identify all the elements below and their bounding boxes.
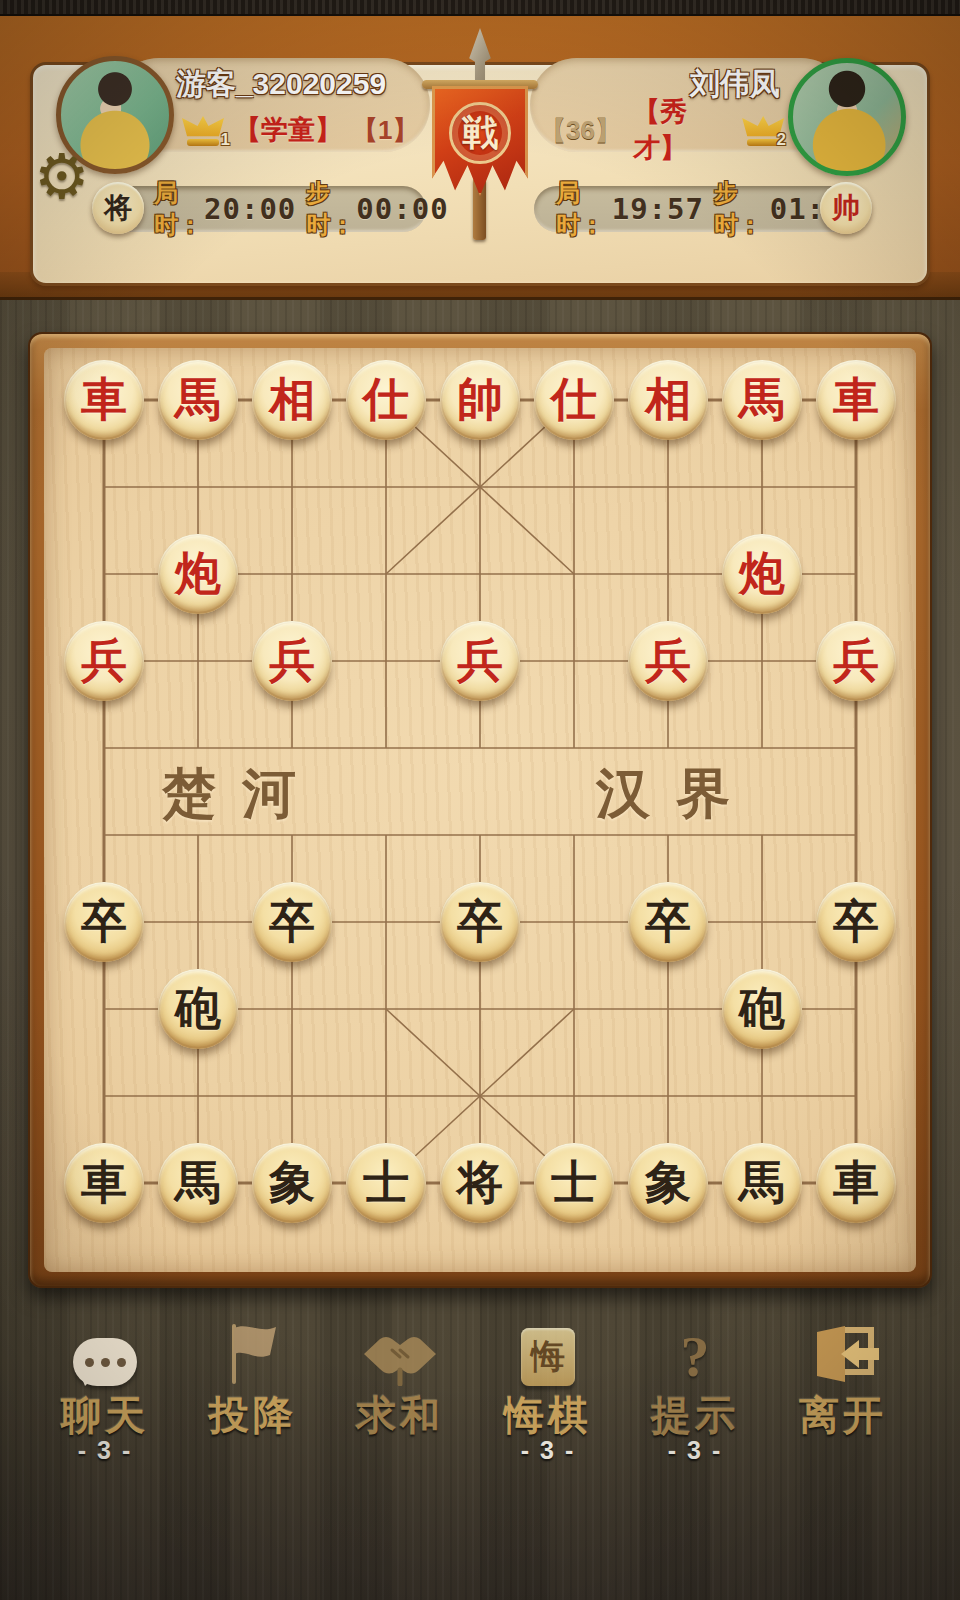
piece-black-卒-r6c0[interactable]: 卒	[64, 882, 144, 962]
board-surface[interactable]: 楚河 汉界 車馬相仕帥仕相馬車炮炮兵兵兵兵兵卒卒卒卒卒砲砲車馬象士将士象馬車	[44, 348, 916, 1272]
piece-black-象-r9c2[interactable]: 象	[252, 1143, 332, 1223]
piece-red-兵-r3c2[interactable]: 兵	[252, 621, 332, 701]
offer-draw-label: 求和	[325, 1388, 475, 1443]
move-time-label: 步时：	[306, 177, 354, 241]
leave-label: 离开	[768, 1388, 918, 1443]
piece-red-兵-r3c8[interactable]: 兵	[816, 621, 896, 701]
river-label-left: 楚河	[162, 758, 322, 831]
white-flag-icon	[178, 1310, 328, 1386]
offer-draw-button[interactable]: 求和	[325, 1304, 475, 1460]
right-player-clock: 局时： 19:57 步时： 01:27 帅	[534, 186, 872, 232]
piece-black-卒-r6c4[interactable]: 卒	[440, 882, 520, 962]
piece-red-兵-r3c6[interactable]: 兵	[628, 621, 708, 701]
surrender-button[interactable]: 投降	[178, 1304, 328, 1460]
game-time-label: 局时：	[556, 177, 610, 241]
chat-button[interactable]: 聊天 - 3 -	[30, 1304, 180, 1460]
piece-black-将-r9c4[interactable]: 将	[440, 1143, 520, 1223]
piece-red-炮-r2c7[interactable]: 炮	[722, 534, 802, 614]
red-general-badge: 帅	[820, 182, 872, 234]
action-toolbar: 聊天 - 3 - 投降 求和	[0, 1304, 960, 1464]
right-player-rank: 【秀才】	[633, 94, 730, 166]
game-time-label: 局时：	[154, 177, 202, 241]
piece-black-士-r9c3[interactable]: 士	[346, 1143, 426, 1223]
battle-banner: 戦	[420, 28, 540, 240]
piece-black-馬-r9c7[interactable]: 馬	[722, 1143, 802, 1223]
piece-red-炮-r2c1[interactable]: 炮	[158, 534, 238, 614]
piece-black-車-r9c8[interactable]: 車	[816, 1143, 896, 1223]
banner-spear-tip	[462, 28, 498, 86]
hint-button[interactable]: ? 提示 - 3 -	[620, 1304, 770, 1460]
hint-label: 提示	[620, 1388, 770, 1443]
piece-red-車-r0c0[interactable]: 車	[64, 360, 144, 440]
left-player-level: 【1】	[352, 113, 418, 148]
chat-count: - 3 -	[30, 1436, 180, 1465]
hint-count: - 3 -	[620, 1436, 770, 1465]
chat-label: 聊天	[30, 1388, 180, 1443]
settings-gear-icon[interactable]: ⚙	[34, 146, 90, 208]
game-screen: 游客_32020259 刘伟凤 1 【学童】 【1】 【36】 【秀才】 2 ⚙…	[0, 0, 960, 1600]
piece-red-相-r0c6[interactable]: 相	[628, 360, 708, 440]
undo-move-button[interactable]: 悔 悔棋 - 3 -	[473, 1304, 623, 1460]
piece-black-卒-r6c8[interactable]: 卒	[816, 882, 896, 962]
right-player-rank-row: 【36】 【秀才】 2	[540, 110, 780, 150]
top-dark-bar	[0, 0, 960, 16]
left-player-name: 游客_32020259	[150, 64, 412, 105]
piece-black-象-r9c6[interactable]: 象	[628, 1143, 708, 1223]
undo-tile-icon: 悔	[473, 1310, 623, 1386]
exit-door-icon	[768, 1310, 918, 1386]
piece-red-仕-r0c5[interactable]: 仕	[534, 360, 614, 440]
left-player-clock: 将 局时： 20:00 步时： 00:00	[92, 186, 426, 232]
piece-red-馬-r0c1[interactable]: 馬	[158, 360, 238, 440]
crown-level: 2	[777, 130, 786, 150]
piece-black-卒-r6c6[interactable]: 卒	[628, 882, 708, 962]
piece-black-馬-r9c1[interactable]: 馬	[158, 1143, 238, 1223]
game-time-value: 19:57	[612, 192, 704, 226]
left-player-rank-row: 1 【学童】 【1】	[182, 110, 418, 150]
piece-red-仕-r0c3[interactable]: 仕	[346, 360, 426, 440]
right-player-level: 【36】	[540, 113, 621, 148]
surrender-label: 投降	[178, 1388, 328, 1443]
move-time-label: 步时：	[714, 177, 768, 241]
piece-red-帥-r0c4[interactable]: 帥	[440, 360, 520, 440]
piece-black-車-r9c0[interactable]: 車	[64, 1143, 144, 1223]
undo-move-count: - 3 -	[473, 1436, 623, 1465]
question-mark-icon: ?	[620, 1310, 770, 1386]
piece-red-兵-r3c4[interactable]: 兵	[440, 621, 520, 701]
river-label-right: 汉界	[596, 758, 756, 831]
piece-red-車-r0c8[interactable]: 車	[816, 360, 896, 440]
xiangqi-board: 楚河 汉界 車馬相仕帥仕相馬車炮炮兵兵兵兵兵卒卒卒卒卒砲砲車馬象士将士象馬車	[28, 332, 932, 1288]
crown-level: 1	[221, 130, 230, 150]
piece-black-砲-r7c1[interactable]: 砲	[158, 969, 238, 1049]
right-player-avatar[interactable]	[788, 58, 906, 176]
undo-move-label: 悔棋	[473, 1388, 623, 1443]
piece-black-砲-r7c7[interactable]: 砲	[722, 969, 802, 1049]
piece-red-馬-r0c7[interactable]: 馬	[722, 360, 802, 440]
leave-button[interactable]: 离开	[768, 1304, 918, 1460]
handshake-icon	[325, 1310, 475, 1386]
black-general-badge: 将	[92, 182, 144, 234]
game-time-value: 20:00	[204, 192, 296, 226]
crown-icon: 1	[182, 114, 224, 146]
chat-bubble-icon	[30, 1310, 180, 1386]
left-player-rank: 【学童】	[234, 112, 342, 148]
piece-black-士-r9c5[interactable]: 士	[534, 1143, 614, 1223]
piece-red-相-r0c2[interactable]: 相	[252, 360, 332, 440]
battle-emblem: 戦	[449, 102, 511, 164]
crown-icon: 2	[742, 114, 780, 146]
piece-red-兵-r3c0[interactable]: 兵	[64, 621, 144, 701]
piece-black-卒-r6c2[interactable]: 卒	[252, 882, 332, 962]
